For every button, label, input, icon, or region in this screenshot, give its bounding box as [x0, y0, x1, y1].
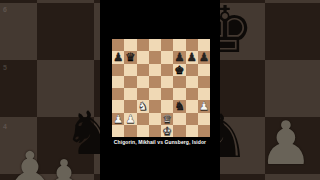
chess-board: ♟♛♟♟♟♚♞♞♟♟♟♛♚: [112, 39, 210, 137]
black-pawn-g7[interactable]: ♟: [186, 51, 198, 63]
square-c6[interactable]: [137, 64, 149, 76]
square-g7[interactable]: ♟: [186, 51, 198, 63]
square-d3[interactable]: [149, 100, 161, 112]
white-knight-c3[interactable]: ♞: [137, 100, 149, 112]
square-b4[interactable]: [124, 88, 136, 100]
square-f2[interactable]: [173, 113, 185, 125]
square-e4[interactable]: [161, 88, 173, 100]
square-f7[interactable]: ♟: [173, 51, 185, 63]
square-d4[interactable]: [149, 88, 161, 100]
black-pawn-f7[interactable]: ♟: [173, 51, 185, 63]
video-frame[interactable]: 654♚♞♞♟♟♟ ♟♛♟♟♟♚♞♞♟♟♟♛♚ Chigorin, Mikhai…: [0, 0, 320, 180]
square-d7[interactable]: [149, 51, 161, 63]
square-g6[interactable]: [186, 64, 198, 76]
square-a5[interactable]: [112, 76, 124, 88]
square-b3[interactable]: [124, 100, 136, 112]
black-knight-f3[interactable]: ♞: [173, 100, 185, 112]
black-king-f6[interactable]: ♚: [173, 64, 185, 76]
square-d1[interactable]: [149, 125, 161, 137]
square-b6[interactable]: [124, 64, 136, 76]
square-d8[interactable]: [149, 39, 161, 51]
square-g1[interactable]: [186, 125, 198, 137]
square-c5[interactable]: [137, 76, 149, 88]
square-b5[interactable]: [124, 76, 136, 88]
square-h1[interactable]: [198, 125, 210, 137]
black-pawn-h7[interactable]: ♟: [198, 51, 210, 63]
square-e1[interactable]: ♚: [161, 125, 173, 137]
white-pawn-a2[interactable]: ♟: [112, 113, 124, 125]
square-a6[interactable]: [112, 64, 124, 76]
square-a4[interactable]: [112, 88, 124, 100]
square-c3[interactable]: ♞: [137, 100, 149, 112]
square-a1[interactable]: [112, 125, 124, 137]
square-c2[interactable]: [137, 113, 149, 125]
square-d2[interactable]: [149, 113, 161, 125]
square-e8[interactable]: [161, 39, 173, 51]
square-f6[interactable]: ♚: [173, 64, 185, 76]
square-a2[interactable]: ♟: [112, 113, 124, 125]
square-b2[interactable]: ♟: [124, 113, 136, 125]
square-g4[interactable]: [186, 88, 198, 100]
players-caption: Chigorin, Mikhail vs Gunsberg, Isidor: [100, 139, 220, 145]
square-d6[interactable]: [149, 64, 161, 76]
white-queen-e2[interactable]: ♛: [161, 113, 173, 125]
square-c8[interactable]: [137, 39, 149, 51]
square-e3[interactable]: [161, 100, 173, 112]
square-c7[interactable]: [137, 51, 149, 63]
square-g2[interactable]: [186, 113, 198, 125]
square-e5[interactable]: [161, 76, 173, 88]
square-f1[interactable]: [173, 125, 185, 137]
square-e7[interactable]: [161, 51, 173, 63]
square-f5[interactable]: [173, 76, 185, 88]
white-king-e1[interactable]: ♚: [161, 125, 173, 137]
square-a7[interactable]: ♟: [112, 51, 124, 63]
square-h5[interactable]: [198, 76, 210, 88]
black-queen-b7[interactable]: ♛: [124, 51, 136, 63]
square-d5[interactable]: [149, 76, 161, 88]
white-pawn-b2[interactable]: ♟: [124, 113, 136, 125]
square-f3[interactable]: ♞: [173, 100, 185, 112]
square-h3[interactable]: ♟: [198, 100, 210, 112]
square-h6[interactable]: [198, 64, 210, 76]
square-b1[interactable]: [124, 125, 136, 137]
square-g5[interactable]: [186, 76, 198, 88]
square-a3[interactable]: [112, 100, 124, 112]
square-c1[interactable]: [137, 125, 149, 137]
square-g3[interactable]: [186, 100, 198, 112]
square-h7[interactable]: ♟: [198, 51, 210, 63]
square-h2[interactable]: [198, 113, 210, 125]
square-e6[interactable]: [161, 64, 173, 76]
square-b7[interactable]: ♛: [124, 51, 136, 63]
black-pawn-a7[interactable]: ♟: [112, 51, 124, 63]
white-pawn-h3[interactable]: ♟: [198, 100, 210, 112]
square-e2[interactable]: ♛: [161, 113, 173, 125]
